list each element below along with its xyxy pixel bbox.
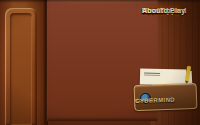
developer-logo-plaque[interactable]: HUMAN CYBERMIND xyxy=(134,83,198,111)
door-panel-frame xyxy=(5,8,37,125)
logo-line2: CYBERMIND xyxy=(135,97,175,105)
note-scribble xyxy=(144,72,160,76)
menu-item-about[interactable]: About xyxy=(142,7,163,15)
app-screen: New GameOpponentSoundsMore AppsLeaderboa… xyxy=(0,0,200,125)
wood-door-panel xyxy=(0,0,46,125)
door-panel-inset xyxy=(10,13,32,125)
